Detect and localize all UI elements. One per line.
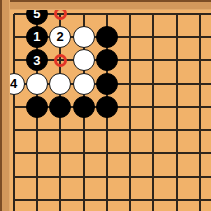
white-stone	[26, 73, 48, 95]
board-cell[interactable]	[118, 49, 141, 72]
board-cell[interactable]	[188, 188, 211, 211]
black-stone: 3	[26, 49, 48, 71]
board-cell[interactable]: 2	[49, 25, 72, 48]
board-cell[interactable]	[25, 188, 48, 211]
white-stone	[49, 73, 71, 95]
board-cell[interactable]	[49, 72, 72, 95]
board-cell[interactable]	[72, 118, 95, 141]
board-cell[interactable]	[72, 72, 95, 95]
board-cell[interactable]	[142, 25, 165, 48]
board-cell[interactable]	[188, 142, 211, 165]
board-cell[interactable]	[25, 142, 48, 165]
board-cell[interactable]	[165, 25, 188, 48]
black-stone	[96, 73, 118, 95]
go-board-grid: 51234	[2, 2, 211, 211]
red-circle-marker	[54, 54, 67, 67]
board-cell[interactable]	[142, 142, 165, 165]
board-cell[interactable]	[25, 118, 48, 141]
board-cell[interactable]	[49, 165, 72, 188]
board-cell[interactable]	[188, 25, 211, 48]
board-cell[interactable]	[25, 165, 48, 188]
board-cell[interactable]	[142, 118, 165, 141]
black-stone	[26, 96, 48, 118]
board-cell[interactable]	[118, 95, 141, 118]
board-cell[interactable]	[49, 118, 72, 141]
board-cell[interactable]	[142, 49, 165, 72]
white-stone	[73, 73, 95, 95]
board-cell[interactable]	[165, 72, 188, 95]
board-cell[interactable]	[95, 188, 118, 211]
black-stone	[96, 26, 118, 48]
board-cell[interactable]	[72, 142, 95, 165]
board-cell[interactable]: 3	[25, 49, 48, 72]
black-stone	[49, 96, 71, 118]
board-cell[interactable]	[165, 188, 188, 211]
board-cell[interactable]	[118, 142, 141, 165]
board-cell[interactable]	[165, 142, 188, 165]
board-cell[interactable]	[49, 188, 72, 211]
board-cell[interactable]	[118, 188, 141, 211]
board-cell[interactable]	[95, 25, 118, 48]
black-stone	[73, 96, 95, 118]
board-cell[interactable]	[142, 188, 165, 211]
board-cell[interactable]	[118, 118, 141, 141]
black-stone	[96, 49, 118, 71]
white-stone	[73, 26, 95, 48]
board-cell[interactable]	[118, 25, 141, 48]
board-cell[interactable]	[142, 165, 165, 188]
board-cell[interactable]	[72, 95, 95, 118]
board-cell[interactable]	[95, 118, 118, 141]
board-left-border	[0, 0, 10, 211]
board-cell[interactable]	[95, 142, 118, 165]
board-cell[interactable]	[165, 118, 188, 141]
board-cell[interactable]	[188, 49, 211, 72]
board-cell[interactable]	[95, 95, 118, 118]
board-cell[interactable]	[72, 188, 95, 211]
board-cell[interactable]	[165, 49, 188, 72]
board-cell[interactable]	[72, 25, 95, 48]
board-cell[interactable]	[72, 49, 95, 72]
board-cell[interactable]	[72, 165, 95, 188]
white-stone	[73, 49, 95, 71]
board-top-border	[0, 0, 211, 10]
black-stone: 1	[26, 26, 48, 48]
board-cell[interactable]	[188, 95, 211, 118]
move-number-label: 4	[10, 77, 17, 90]
board-cell[interactable]	[165, 95, 188, 118]
board-cell[interactable]	[95, 165, 118, 188]
board-cell[interactable]	[49, 142, 72, 165]
board-cell[interactable]	[25, 95, 48, 118]
board-cell[interactable]	[188, 72, 211, 95]
move-number-label: 1	[33, 30, 40, 43]
board-cell[interactable]: 1	[25, 25, 48, 48]
move-number-label: 3	[33, 53, 40, 66]
board-cell[interactable]	[49, 95, 72, 118]
board-cell[interactable]	[95, 49, 118, 72]
board-cell[interactable]	[25, 72, 48, 95]
black-stone	[96, 96, 118, 118]
board-cell[interactable]	[165, 165, 188, 188]
board-cell[interactable]	[95, 72, 118, 95]
board-cell[interactable]	[49, 49, 72, 72]
board-cell[interactable]	[188, 118, 211, 141]
board-cell[interactable]	[118, 72, 141, 95]
board-cell[interactable]	[188, 165, 211, 188]
board-cell[interactable]	[118, 165, 141, 188]
white-stone: 2	[49, 26, 71, 48]
board-cell[interactable]	[142, 72, 165, 95]
move-number-label: 2	[57, 30, 64, 43]
board-cell[interactable]	[142, 95, 165, 118]
go-board: 51234	[0, 0, 211, 211]
